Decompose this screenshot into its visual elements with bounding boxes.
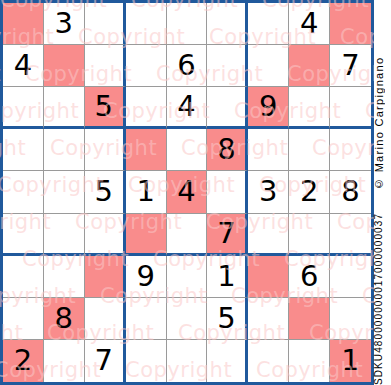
cell-r4c8[interactable] <box>289 129 330 171</box>
given-digit: 9 <box>259 92 277 121</box>
cell-r2c2[interactable] <box>44 45 85 87</box>
given-digit: 8 <box>55 304 73 333</box>
cell-r1c5[interactable] <box>167 3 208 45</box>
cell-r7c6[interactable]: 1 <box>207 256 248 298</box>
cell-r7c3[interactable] <box>85 256 126 298</box>
cell-r4c1[interactable] <box>3 129 44 171</box>
cell-r9c3[interactable]: 7 <box>85 340 126 382</box>
given-digit: 6 <box>177 51 195 80</box>
cell-r8c8[interactable] <box>289 298 330 340</box>
cell-r6c2[interactable] <box>44 214 85 256</box>
cell-r2c9[interactable]: 7 <box>330 45 371 87</box>
cell-r8c5[interactable] <box>167 298 208 340</box>
cell-r6c3[interactable] <box>85 214 126 256</box>
given-digit: 7 <box>94 346 112 375</box>
sudoku-puzzle-screenshot: 344675498514328791685271 CopyrightCopyri… <box>0 0 391 385</box>
cell-r7c5[interactable] <box>167 256 208 298</box>
cell-r8c7[interactable] <box>248 298 289 340</box>
given-digit: 4 <box>14 51 32 80</box>
given-digit: 4 <box>177 92 195 121</box>
cell-r1c2[interactable]: 3 <box>44 3 85 45</box>
cell-r3c3[interactable]: 5 <box>85 87 126 129</box>
given-digit: 5 <box>94 177 112 206</box>
cell-r5c8[interactable]: 2 <box>289 171 330 213</box>
cell-r5c4[interactable]: 1 <box>126 171 167 213</box>
given-digit: 3 <box>55 9 73 38</box>
cell-r8c4[interactable] <box>126 298 167 340</box>
cell-r9c6[interactable] <box>207 340 248 382</box>
cell-r2c7[interactable] <box>248 45 289 87</box>
cell-r1c7[interactable] <box>248 3 289 45</box>
cell-r9c9[interactable]: 1 <box>330 340 371 382</box>
given-digit: 7 <box>217 219 235 248</box>
cell-r5c7[interactable]: 3 <box>248 171 289 213</box>
cell-r3c1[interactable] <box>3 87 44 129</box>
given-digit: 5 <box>217 304 235 333</box>
cell-r3c7[interactable]: 9 <box>248 87 289 129</box>
cell-r2c6[interactable] <box>207 45 248 87</box>
cell-r4c7[interactable] <box>248 129 289 171</box>
cell-r1c4[interactable] <box>126 3 167 45</box>
cell-r1c3[interactable] <box>85 3 126 45</box>
cell-r4c3[interactable] <box>85 129 126 171</box>
given-digit: 4 <box>177 177 195 206</box>
cell-r2c3[interactable] <box>85 45 126 87</box>
cell-r1c1[interactable] <box>3 3 44 45</box>
cell-r3c8[interactable] <box>289 87 330 129</box>
cell-r7c9[interactable] <box>330 256 371 298</box>
cell-r9c2[interactable] <box>44 340 85 382</box>
cell-r6c5[interactable] <box>167 214 208 256</box>
cell-r9c8[interactable] <box>289 340 330 382</box>
given-digit: 3 <box>259 177 277 206</box>
given-digit: 8 <box>217 135 235 164</box>
cell-r2c4[interactable] <box>126 45 167 87</box>
cell-r8c3[interactable] <box>85 298 126 340</box>
given-digit: 1 <box>136 177 154 206</box>
cell-r2c5[interactable]: 6 <box>167 45 208 87</box>
cell-r3c9[interactable] <box>330 87 371 129</box>
cell-r8c2[interactable]: 8 <box>44 298 85 340</box>
given-digit: 1 <box>341 346 359 375</box>
cell-r3c5[interactable]: 4 <box>167 87 208 129</box>
cell-r9c4[interactable] <box>126 340 167 382</box>
cell-r4c6[interactable]: 8 <box>207 129 248 171</box>
cell-r3c4[interactable] <box>126 87 167 129</box>
given-digit: 4 <box>300 9 318 38</box>
cell-r7c7[interactable] <box>248 256 289 298</box>
cell-r6c1[interactable] <box>3 214 44 256</box>
cell-r2c8[interactable] <box>289 45 330 87</box>
cell-r6c8[interactable] <box>289 214 330 256</box>
cell-r5c6[interactable] <box>207 171 248 213</box>
given-digit: 7 <box>341 51 359 80</box>
cell-r9c7[interactable] <box>248 340 289 382</box>
cell-r9c5[interactable] <box>167 340 208 382</box>
cell-r5c5[interactable]: 4 <box>167 171 208 213</box>
cell-r6c6[interactable]: 7 <box>207 214 248 256</box>
cell-r8c9[interactable] <box>330 298 371 340</box>
cell-r5c2[interactable] <box>44 171 85 213</box>
cell-r4c2[interactable] <box>44 129 85 171</box>
cell-r1c6[interactable] <box>207 3 248 45</box>
cell-r3c6[interactable] <box>207 87 248 129</box>
cell-r5c1[interactable] <box>3 171 44 213</box>
cell-r8c1[interactable] <box>3 298 44 340</box>
given-digit: 2 <box>14 346 32 375</box>
cell-r7c2[interactable] <box>44 256 85 298</box>
given-digit: 9 <box>136 262 154 291</box>
cell-r5c9[interactable]: 8 <box>330 171 371 213</box>
given-digit: 1 <box>217 262 235 291</box>
puzzle-id-text: SDKU480000000017000000037 <box>373 192 391 385</box>
cell-r7c1[interactable] <box>3 256 44 298</box>
cell-r4c5[interactable] <box>167 129 208 171</box>
cell-r5c3[interactable]: 5 <box>85 171 126 213</box>
cell-r7c4[interactable]: 9 <box>126 256 167 298</box>
cell-r4c4[interactable] <box>126 129 167 171</box>
copyright-notice: © Marino Carpignano <box>373 18 391 190</box>
cell-r6c4[interactable] <box>126 214 167 256</box>
cell-r2c1[interactable]: 4 <box>3 45 44 87</box>
cell-r6c9[interactable] <box>330 214 371 256</box>
cell-r6c7[interactable] <box>248 214 289 256</box>
cell-r9c1[interactable]: 2 <box>3 340 44 382</box>
cell-r3c2[interactable] <box>44 87 85 129</box>
given-digit: 2 <box>300 177 318 206</box>
given-digit: 5 <box>94 92 112 121</box>
cell-r1c8[interactable]: 4 <box>289 3 330 45</box>
cell-r7c8[interactable]: 6 <box>289 256 330 298</box>
given-digit: 6 <box>300 262 318 291</box>
sudoku-board: 344675498514328791685271 <box>0 0 374 385</box>
cell-r4c9[interactable] <box>330 129 371 171</box>
cell-r1c9[interactable] <box>330 3 371 45</box>
given-digit: 8 <box>341 177 359 206</box>
cell-r8c6[interactable]: 5 <box>207 298 248 340</box>
